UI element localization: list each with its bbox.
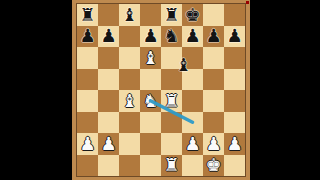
square-b3[interactable]	[98, 112, 119, 134]
piece-white-pawn-h2[interactable]: ♟	[226, 135, 242, 153]
piece-white-knight-d4[interactable]: ♞	[142, 92, 158, 110]
square-f6[interactable]: ♝	[182, 47, 203, 69]
square-d1[interactable]	[140, 155, 161, 177]
piece-white-pawn-a2[interactable]: ♟	[79, 135, 95, 153]
square-h7[interactable]: ♟	[224, 26, 245, 48]
square-a7[interactable]: ♟	[77, 26, 98, 48]
square-g2[interactable]: ♟	[203, 133, 224, 155]
piece-black-pawn-d7[interactable]: ♟	[142, 27, 158, 45]
piece-white-king-g1[interactable]: ♚	[205, 156, 221, 174]
square-h6[interactable]	[224, 47, 245, 69]
square-h3[interactable]	[224, 112, 245, 134]
piece-white-bishop-d6[interactable]: ♝	[142, 49, 158, 67]
square-e4[interactable]: ♜	[161, 90, 182, 112]
square-b5[interactable]	[98, 69, 119, 91]
square-h2[interactable]: ♟	[224, 133, 245, 155]
square-c4[interactable]: ♝	[119, 90, 140, 112]
square-b1[interactable]	[98, 155, 119, 177]
piece-white-pawn-f2[interactable]: ♟	[184, 135, 200, 153]
piece-white-rook-e4[interactable]: ♜	[163, 92, 179, 110]
piece-white-bishop-c4[interactable]: ♝	[121, 92, 137, 110]
piece-white-pawn-g2[interactable]: ♟	[205, 135, 221, 153]
square-b2[interactable]: ♟	[98, 133, 119, 155]
square-g4[interactable]	[203, 90, 224, 112]
piece-black-pawn-g7[interactable]: ♟	[205, 27, 221, 45]
piece-black-pawn-h7[interactable]: ♟	[226, 27, 242, 45]
square-d2[interactable]	[140, 133, 161, 155]
square-b6[interactable]	[98, 47, 119, 69]
square-d8[interactable]	[140, 4, 161, 26]
square-f4[interactable]	[182, 90, 203, 112]
square-a4[interactable]	[77, 90, 98, 112]
square-g6[interactable]	[203, 47, 224, 69]
square-d5[interactable]	[140, 69, 161, 91]
square-e7[interactable]: ♞	[161, 26, 182, 48]
square-a5[interactable]	[77, 69, 98, 91]
record-dot-icon	[246, 1, 249, 4]
square-e8[interactable]: ♜	[161, 4, 182, 26]
square-h1[interactable]	[224, 155, 245, 177]
square-g7[interactable]: ♟	[203, 26, 224, 48]
square-c3[interactable]	[119, 112, 140, 134]
piece-white-rook-e1[interactable]: ♜	[163, 156, 179, 174]
square-a8[interactable]: ♜	[77, 4, 98, 26]
piece-black-bishop-f6[interactable]: ♝	[175, 56, 191, 74]
piece-white-pawn-b2[interactable]: ♟	[100, 135, 116, 153]
square-b4[interactable]	[98, 90, 119, 112]
square-d3[interactable]	[140, 112, 161, 134]
square-c8[interactable]: ♝	[119, 4, 140, 26]
square-h5[interactable]	[224, 69, 245, 91]
piece-black-pawn-a7[interactable]: ♟	[79, 27, 95, 45]
square-a2[interactable]: ♟	[77, 133, 98, 155]
square-b7[interactable]: ♟	[98, 26, 119, 48]
square-c5[interactable]	[119, 69, 140, 91]
square-e3[interactable]	[161, 112, 182, 134]
square-d6[interactable]: ♝	[140, 47, 161, 69]
piece-black-pawn-b7[interactable]: ♟	[100, 27, 116, 45]
square-e2[interactable]	[161, 133, 182, 155]
square-f3[interactable]	[182, 112, 203, 134]
piece-black-pawn-f7[interactable]: ♟	[184, 27, 200, 45]
square-c6[interactable]	[119, 47, 140, 69]
piece-black-knight-e7[interactable]: ♞	[163, 27, 179, 45]
piece-black-bishop-c8[interactable]: ♝	[121, 6, 137, 24]
square-a3[interactable]	[77, 112, 98, 134]
piece-black-rook-e8[interactable]: ♜	[163, 6, 179, 24]
square-e1[interactable]: ♜	[161, 155, 182, 177]
square-f1[interactable]	[182, 155, 203, 177]
square-f8[interactable]: ♚	[182, 4, 203, 26]
square-g8[interactable]	[203, 4, 224, 26]
square-g3[interactable]	[203, 112, 224, 134]
piece-black-king-f8[interactable]: ♚	[184, 6, 200, 24]
video-frame: ♜♝♜♚♟♟♟♞♟♟♟♝♝♝♞♜♟♟♟♟♟♜♚	[0, 0, 320, 180]
chessboard[interactable]: ♜♝♜♚♟♟♟♞♟♟♟♝♝♝♞♜♟♟♟♟♟♜♚	[77, 4, 245, 176]
piece-black-rook-a8[interactable]: ♜	[79, 6, 95, 24]
square-h4[interactable]	[224, 90, 245, 112]
square-a6[interactable]	[77, 47, 98, 69]
chessboard-frame: ♜♝♜♚♟♟♟♞♟♟♟♝♝♝♞♜♟♟♟♟♟♜♚	[72, 0, 250, 180]
square-g1[interactable]: ♚	[203, 155, 224, 177]
square-b8[interactable]	[98, 4, 119, 26]
square-d7[interactable]: ♟	[140, 26, 161, 48]
square-c2[interactable]	[119, 133, 140, 155]
square-h8[interactable]	[224, 4, 245, 26]
square-d4[interactable]: ♞	[140, 90, 161, 112]
square-c7[interactable]	[119, 26, 140, 48]
square-a1[interactable]	[77, 155, 98, 177]
square-g5[interactable]	[203, 69, 224, 91]
square-f2[interactable]: ♟	[182, 133, 203, 155]
square-f7[interactable]: ♟	[182, 26, 203, 48]
square-c1[interactable]	[119, 155, 140, 177]
